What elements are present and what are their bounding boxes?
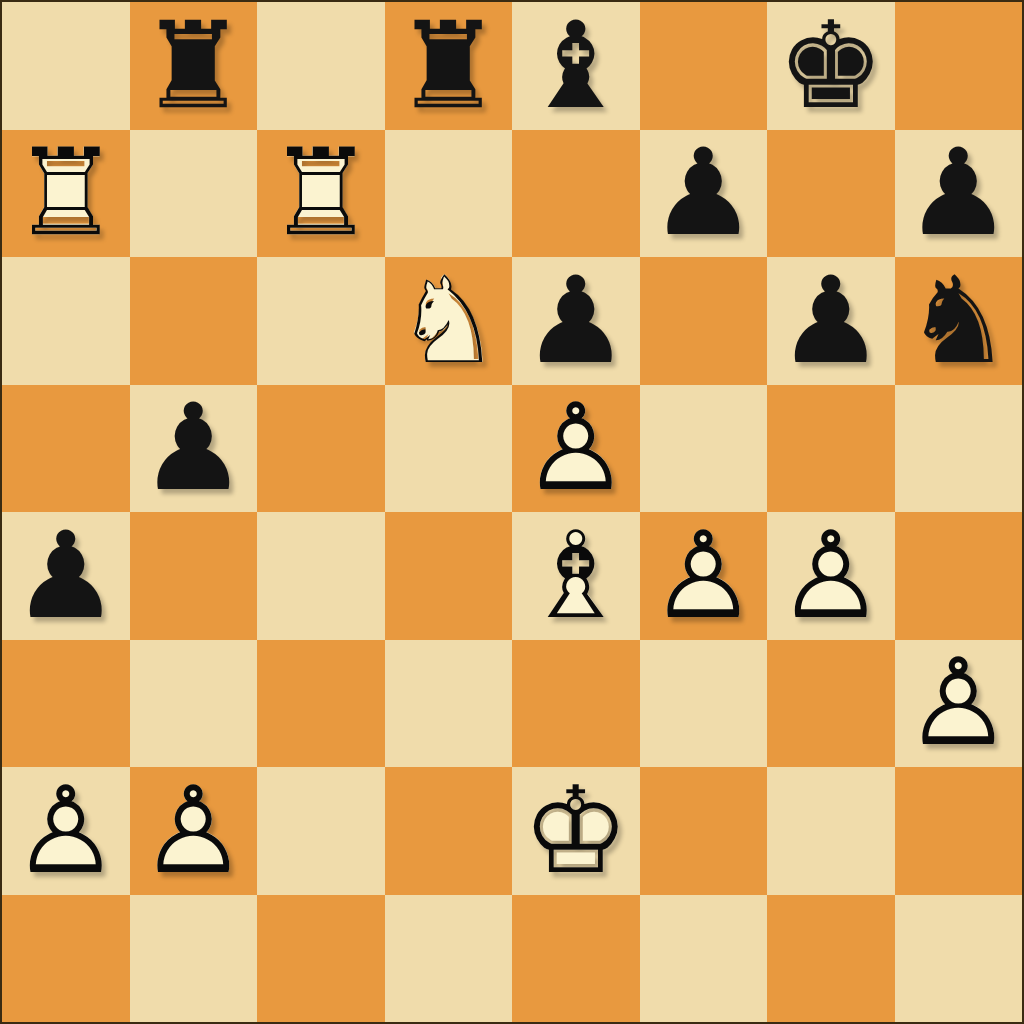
- square-h3[interactable]: ♟♙: [895, 640, 1023, 768]
- square-b7[interactable]: [130, 130, 258, 258]
- piece-outline: ♙: [777, 516, 885, 636]
- square-c7[interactable]: ♜♖: [257, 130, 385, 258]
- white-pawn[interactable]: ♟♙: [777, 516, 885, 636]
- piece-fill: ♟: [139, 388, 247, 508]
- black-pawn[interactable]: ♟: [12, 516, 120, 636]
- square-a8[interactable]: [2, 2, 130, 130]
- square-f1[interactable]: [640, 895, 768, 1023]
- piece-outline: ♗: [522, 516, 630, 636]
- piece-fill: ♟: [904, 133, 1012, 253]
- piece-outline: ♙: [12, 771, 120, 891]
- piece-outline: ♔: [522, 771, 630, 891]
- white-pawn[interactable]: ♟♙: [139, 771, 247, 891]
- square-a5[interactable]: [2, 385, 130, 513]
- piece-outline: ♙: [904, 643, 1012, 763]
- square-a3[interactable]: [2, 640, 130, 768]
- piece-outline: ♙: [139, 771, 247, 891]
- black-king[interactable]: ♚: [777, 6, 885, 126]
- square-a7[interactable]: ♜♖: [2, 130, 130, 258]
- square-f7[interactable]: ♟: [640, 130, 768, 258]
- square-b6[interactable]: [130, 257, 258, 385]
- square-h1[interactable]: [895, 895, 1023, 1023]
- square-b5[interactable]: ♟: [130, 385, 258, 513]
- square-e6[interactable]: ♟: [512, 257, 640, 385]
- square-g1[interactable]: [767, 895, 895, 1023]
- black-bishop[interactable]: ♝: [522, 6, 630, 126]
- square-c1[interactable]: [257, 895, 385, 1023]
- square-f4[interactable]: ♟♙: [640, 512, 768, 640]
- square-d7[interactable]: [385, 130, 513, 258]
- white-pawn[interactable]: ♟♙: [649, 516, 757, 636]
- square-h2[interactable]: [895, 767, 1023, 895]
- chess-board: ♜♜♝♚♜♖♜♖♟♟♞♘♟♟♞♟♟♙♟♝♗♟♙♟♙♟♙♟♙♟♙♚♔: [0, 0, 1024, 1024]
- piece-fill: ♞: [904, 261, 1012, 381]
- square-f8[interactable]: [640, 2, 768, 130]
- square-e4[interactable]: ♝♗: [512, 512, 640, 640]
- black-pawn[interactable]: ♟: [904, 133, 1012, 253]
- piece-fill: ♜: [394, 6, 502, 126]
- square-a4[interactable]: ♟: [2, 512, 130, 640]
- square-d2[interactable]: [385, 767, 513, 895]
- square-a2[interactable]: ♟♙: [2, 767, 130, 895]
- black-pawn[interactable]: ♟: [649, 133, 757, 253]
- black-pawn[interactable]: ♟: [139, 388, 247, 508]
- square-g5[interactable]: [767, 385, 895, 513]
- square-d8[interactable]: ♜: [385, 2, 513, 130]
- square-h4[interactable]: [895, 512, 1023, 640]
- square-h6[interactable]: ♞: [895, 257, 1023, 385]
- white-rook[interactable]: ♜♖: [12, 133, 120, 253]
- square-e8[interactable]: ♝: [512, 2, 640, 130]
- square-e1[interactable]: [512, 895, 640, 1023]
- square-c5[interactable]: [257, 385, 385, 513]
- square-b4[interactable]: [130, 512, 258, 640]
- white-pawn[interactable]: ♟♙: [522, 388, 630, 508]
- black-pawn[interactable]: ♟: [777, 261, 885, 381]
- white-pawn[interactable]: ♟♙: [12, 771, 120, 891]
- white-king[interactable]: ♚♔: [522, 771, 630, 891]
- piece-fill: ♟: [12, 516, 120, 636]
- square-c6[interactable]: [257, 257, 385, 385]
- square-e2[interactable]: ♚♔: [512, 767, 640, 895]
- white-bishop[interactable]: ♝♗: [522, 516, 630, 636]
- square-e7[interactable]: [512, 130, 640, 258]
- square-g2[interactable]: [767, 767, 895, 895]
- white-knight[interactable]: ♞♘: [394, 261, 502, 381]
- square-c2[interactable]: [257, 767, 385, 895]
- square-b3[interactable]: [130, 640, 258, 768]
- square-b2[interactable]: ♟♙: [130, 767, 258, 895]
- square-g6[interactable]: ♟: [767, 257, 895, 385]
- square-f6[interactable]: [640, 257, 768, 385]
- square-d6[interactable]: ♞♘: [385, 257, 513, 385]
- square-a1[interactable]: [2, 895, 130, 1023]
- square-c8[interactable]: [257, 2, 385, 130]
- square-h5[interactable]: [895, 385, 1023, 513]
- black-rook[interactable]: ♜: [139, 6, 247, 126]
- piece-fill: ♟: [777, 261, 885, 381]
- white-rook[interactable]: ♜♖: [267, 133, 375, 253]
- square-d5[interactable]: [385, 385, 513, 513]
- white-pawn[interactable]: ♟♙: [904, 643, 1012, 763]
- piece-outline: ♙: [522, 388, 630, 508]
- piece-outline: ♖: [267, 133, 375, 253]
- square-g7[interactable]: [767, 130, 895, 258]
- square-f3[interactable]: [640, 640, 768, 768]
- square-e3[interactable]: [512, 640, 640, 768]
- black-rook[interactable]: ♜: [394, 6, 502, 126]
- square-d4[interactable]: [385, 512, 513, 640]
- piece-fill: ♚: [777, 6, 885, 126]
- piece-outline: ♙: [649, 516, 757, 636]
- piece-fill: ♟: [522, 261, 630, 381]
- black-knight[interactable]: ♞: [904, 261, 1012, 381]
- square-g3[interactable]: [767, 640, 895, 768]
- square-f5[interactable]: [640, 385, 768, 513]
- square-g4[interactable]: ♟♙: [767, 512, 895, 640]
- piece-outline: ♘: [394, 261, 502, 381]
- square-b1[interactable]: [130, 895, 258, 1023]
- square-h8[interactable]: [895, 2, 1023, 130]
- square-b8[interactable]: ♜: [130, 2, 258, 130]
- black-pawn[interactable]: ♟: [522, 261, 630, 381]
- piece-outline: ♖: [12, 133, 120, 253]
- piece-fill: ♝: [522, 6, 630, 126]
- square-c3[interactable]: [257, 640, 385, 768]
- square-d3[interactable]: [385, 640, 513, 768]
- piece-fill: ♟: [649, 133, 757, 253]
- square-d1[interactable]: [385, 895, 513, 1023]
- square-e5[interactable]: ♟♙: [512, 385, 640, 513]
- piece-fill: ♜: [139, 6, 247, 126]
- square-h7[interactable]: ♟: [895, 130, 1023, 258]
- square-f2[interactable]: [640, 767, 768, 895]
- square-c4[interactable]: [257, 512, 385, 640]
- square-a6[interactable]: [2, 257, 130, 385]
- square-g8[interactable]: ♚: [767, 2, 895, 130]
